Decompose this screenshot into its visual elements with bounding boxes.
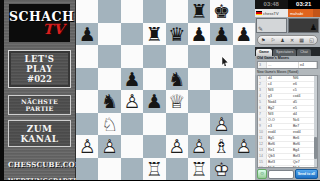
- board-area: ♜♚♟♜♛♟♟♟♟♞♞♟♙♟♛♕♞♘♟♙♟♙♟♙♟♙♟♙♝♗♟♙♜♖♜♖♚♔: [76, 0, 255, 180]
- black-clock: 03:21: [288, 0, 320, 9]
- toolbar-wrap: ⚑⚐♟✕▦◱: [255, 34, 320, 47]
- move-number: 8: [258, 118, 267, 123]
- player-names: chessTV mahabi: [255, 9, 320, 17]
- square-d4[interactable]: ♟: [143, 90, 165, 113]
- lets-play-line1: LET'S PLAY: [10, 54, 69, 74]
- square-h1[interactable]: [233, 158, 255, 181]
- square-e3[interactable]: [166, 113, 188, 136]
- white-move: Qb3: [267, 154, 292, 159]
- square-f2[interactable]: ♟♙: [188, 135, 210, 158]
- move-number: 11: [258, 136, 267, 141]
- white-move: O-O: [267, 118, 292, 123]
- square-c5[interactable]: ♟: [121, 68, 143, 91]
- square-h6[interactable]: [233, 45, 255, 68]
- white-player-bar: chessTV: [255, 9, 288, 17]
- white-knight: ♞♘: [98, 113, 120, 136]
- white-pawn: ♟♙: [98, 135, 120, 158]
- white-move: Bxf6: [267, 142, 292, 147]
- black-pawn: ♟: [188, 23, 210, 46]
- square-a2[interactable]: ♟♙: [76, 135, 98, 158]
- square-e6[interactable]: [166, 45, 188, 68]
- video-sidebar: SCHACH TV LET'S PLAY #022 NÄCHSTE PARTIE…: [0, 0, 76, 180]
- black-knight: ♞: [166, 68, 188, 91]
- white-pawn: ♟♙: [121, 90, 143, 113]
- resign-flag-icon[interactable]: ⚐: [271, 36, 275, 44]
- square-a6[interactable]: [76, 45, 98, 68]
- square-f8[interactable]: ♜: [188, 0, 210, 23]
- white-move: exd4: [267, 130, 292, 135]
- square-h4[interactable]: [233, 90, 255, 113]
- black-pawn: ♟: [233, 23, 255, 46]
- white-move: Bg5: [267, 136, 292, 141]
- pencil-icon: ✎: [258, 25, 263, 32]
- square-f5[interactable]: [188, 68, 210, 91]
- square-d8[interactable]: [143, 0, 165, 23]
- move-row-16[interactable]: 16Nb3Nb4: [258, 166, 317, 168]
- white-move: Re1: [267, 148, 292, 153]
- white-move: c4: [267, 82, 292, 87]
- black-rook: ♜: [188, 0, 210, 23]
- white-rook: ♜♖: [143, 158, 165, 181]
- move-number: 7: [258, 112, 267, 117]
- germany-flag-icon: [256, 11, 262, 16]
- square-c1[interactable]: [121, 158, 143, 181]
- square-h5[interactable]: [233, 68, 255, 91]
- old-move-black: e4: [299, 62, 317, 68]
- black-queen: ♛: [166, 23, 188, 46]
- move-number: 14: [258, 154, 267, 159]
- square-d7[interactable]: ♜: [143, 23, 165, 46]
- white-move: Nf3: [267, 112, 292, 117]
- square-a7[interactable]: ♟: [76, 23, 98, 46]
- square-g4[interactable]: [210, 90, 232, 113]
- square-h3[interactable]: [233, 113, 255, 136]
- square-e8[interactable]: [166, 0, 188, 23]
- square-f3[interactable]: [188, 113, 210, 136]
- black-player-bar: mahabi: [288, 9, 320, 17]
- move-number: 2: [258, 82, 267, 87]
- square-b5[interactable]: [98, 68, 120, 91]
- old-game-move-row: 3 … e4: [257, 61, 318, 69]
- move-list: 1d4Nf62c4e63Nf3c54g3cxd45Nxd4d56Bg2e57Nf…: [257, 75, 318, 168]
- black-king: ♚: [210, 0, 232, 23]
- chesscube-label: CHESSCUBE.COM: [8, 160, 71, 169]
- square-c6[interactable]: [121, 45, 143, 68]
- square-a3[interactable]: [76, 113, 98, 136]
- old-move-number: 3: [258, 62, 267, 68]
- white-move: g3: [267, 94, 292, 99]
- white-move: Bxf3: [267, 160, 292, 165]
- black-pawn: ♟: [76, 23, 98, 46]
- square-b1[interactable]: [98, 158, 120, 181]
- square-d2[interactable]: [143, 135, 165, 158]
- abort-icon[interactable]: ✕: [290, 36, 294, 44]
- square-b2[interactable]: ♟♙: [98, 135, 120, 158]
- square-a4[interactable]: [76, 90, 98, 113]
- square-f1[interactable]: ♜♖: [188, 158, 210, 181]
- square-c7[interactable]: [121, 23, 143, 46]
- square-b4[interactable]: ♞: [98, 90, 120, 113]
- game-panel: 03:48 03:21 chessTV mahabi ✎ ♟ ⚑⚐♟✕▦◱: [255, 0, 320, 180]
- black-pawn: ♟: [121, 68, 143, 91]
- square-b6[interactable]: [98, 45, 120, 68]
- square-d1[interactable]: ♜♖: [143, 158, 165, 181]
- move-number: 15: [258, 160, 267, 165]
- window-icon[interactable]: ◱: [309, 36, 314, 44]
- black-player-badge: [313, 9, 320, 17]
- move-number: 13: [258, 148, 267, 153]
- black-pawn: ♟: [210, 23, 232, 46]
- square-g1[interactable]: ♚♔: [210, 158, 232, 181]
- white-clock: 03:48: [255, 0, 288, 9]
- emoticon-button[interactable]: ☺: [257, 169, 267, 179]
- white-pawn: ♟♙: [210, 113, 232, 136]
- white-pawn: ♟♙: [166, 135, 188, 158]
- square-e2[interactable]: ♟♙: [166, 135, 188, 158]
- square-g8[interactable]: ♚: [210, 0, 232, 23]
- square-f4[interactable]: [188, 90, 210, 113]
- square-g2[interactable]: ♝♗: [210, 135, 232, 158]
- move-number: 1: [258, 76, 267, 81]
- lets-play-box: LET'S PLAY #022: [8, 50, 71, 88]
- square-g7[interactable]: ♟: [210, 23, 232, 46]
- square-b3[interactable]: ♞♘: [98, 113, 120, 136]
- game-toolbar: ⚑⚐♟✕▦◱: [257, 35, 318, 45]
- square-e4[interactable]: ♛♕: [166, 90, 188, 113]
- square-e1[interactable]: [166, 158, 188, 181]
- white-pawn: ♟♙: [76, 135, 98, 158]
- white-move: Nxd4: [267, 100, 292, 105]
- square-g3[interactable]: ♟♙: [210, 113, 232, 136]
- tab-chat[interactable]: Chat: [297, 49, 311, 56]
- square-c2[interactable]: [121, 135, 143, 158]
- square-h2[interactable]: ♟♙: [233, 135, 255, 158]
- logo-tv-text: TV: [43, 21, 64, 37]
- tab-game[interactable]: Game: [256, 49, 272, 56]
- square-c3[interactable]: [121, 113, 143, 136]
- move-number: 4: [258, 94, 267, 99]
- black-tray: ♟: [288, 18, 319, 33]
- send-to-all-button[interactable]: Send to all: [295, 169, 318, 179]
- white-bishop: ♝♗: [210, 135, 232, 158]
- move-number: 3: [258, 88, 267, 93]
- white-pawn: ♟♙: [188, 135, 210, 158]
- square-g6[interactable]: [210, 45, 232, 68]
- white-player-name: chessTV: [263, 11, 279, 16]
- square-e7[interactable]: ♛: [166, 23, 188, 46]
- chat-input[interactable]: [268, 170, 294, 179]
- square-f6[interactable]: [188, 45, 210, 68]
- board-icon[interactable]: ▦: [299, 36, 304, 44]
- square-c4[interactable]: ♟♙: [121, 90, 143, 113]
- color-trays: ✎ ♟: [255, 17, 320, 34]
- white-pawn: ♟♙: [233, 135, 255, 158]
- black-rook: ♜: [143, 23, 165, 46]
- square-h8[interactable]: [233, 0, 255, 23]
- draw-flag-icon[interactable]: ⚑: [261, 36, 265, 44]
- square-a5[interactable]: [76, 68, 98, 91]
- square-f7[interactable]: ♟: [188, 23, 210, 46]
- black-pawn-icon: ♟: [310, 24, 317, 32]
- square-d6[interactable]: [143, 45, 165, 68]
- black-pawn: ♟: [143, 90, 165, 113]
- scrollbar-thumb[interactable]: [314, 137, 317, 159]
- panel-tabs: Game Spectators Chat: [255, 47, 320, 56]
- square-e5[interactable]: ♞: [166, 68, 188, 91]
- square-g5[interactable]: [210, 68, 232, 91]
- old-move-white: …: [267, 62, 299, 68]
- move-list-scrollbar[interactable]: [314, 76, 317, 167]
- square-h7[interactable]: ♟: [233, 23, 255, 46]
- black-knight: ♞: [98, 90, 120, 113]
- square-b7[interactable]: [98, 23, 120, 46]
- schach-tv-logo: SCHACH TV: [9, 4, 70, 42]
- clock-bar: 03:48 03:21: [255, 0, 320, 9]
- white-king: ♚♔: [210, 158, 232, 181]
- move-number: 16: [258, 166, 267, 168]
- chess-board: ♜♚♟♜♛♟♟♟♟♞♞♟♙♟♛♕♞♘♟♙♟♙♟♙♟♙♟♙♝♗♟♙♜♖♜♖♚♔: [76, 0, 255, 180]
- move-number: 10: [258, 130, 267, 135]
- white-move: e3: [267, 124, 292, 129]
- white-move: Bg2: [267, 106, 292, 111]
- tab-spectators[interactable]: Spectators: [273, 49, 296, 56]
- white-move: Nf3: [267, 88, 292, 93]
- black-player-name: mahabi: [288, 11, 303, 16]
- piece-icon[interactable]: ♟: [280, 36, 284, 44]
- square-c8[interactable]: [121, 0, 143, 23]
- square-d3[interactable]: [143, 113, 165, 136]
- square-b8[interactable]: [98, 0, 120, 23]
- zum-kanal-button[interactable]: ZUM KANAL: [8, 120, 71, 147]
- move-rows: 1d4Nf62c4e63Nf3c54g3cxd45Nxd4d56Bg2e57Nf…: [258, 76, 317, 168]
- wertungspartie-label: WERTUNGSPARTIE: [8, 177, 71, 180]
- white-queen: ♛♕: [166, 90, 188, 113]
- move-number: 5: [258, 100, 267, 105]
- square-d5[interactable]: [143, 68, 165, 91]
- move-number: 9: [258, 124, 267, 129]
- move-number: 6: [258, 106, 267, 111]
- white-rook: ♜♖: [188, 158, 210, 181]
- move-number: 12: [258, 142, 267, 147]
- lets-play-line2: #022: [10, 74, 69, 84]
- square-a8[interactable]: [76, 0, 98, 23]
- white-move: d4: [267, 76, 292, 81]
- white-tray: ✎: [256, 18, 287, 33]
- chat-bar: ☺ Send to all: [255, 168, 320, 180]
- naechste-partie-button[interactable]: NÄCHSTE PARTIE: [8, 95, 71, 115]
- square-a1[interactable]: [76, 158, 98, 181]
- app-window: SCHACH TV LET'S PLAY #022 NÄCHSTE PARTIE…: [0, 0, 320, 180]
- white-move: Nb3: [267, 166, 292, 168]
